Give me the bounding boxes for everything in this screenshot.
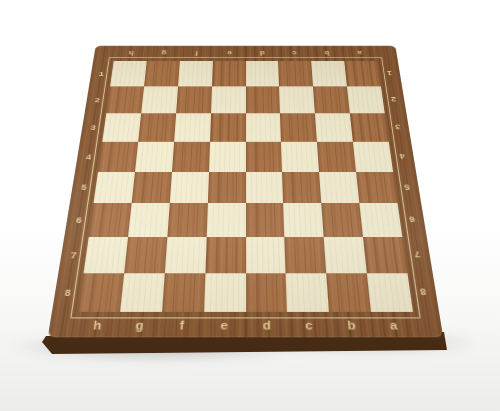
square-h8[interactable] [78,273,124,312]
square-h3[interactable] [102,113,141,141]
square-c7[interactable] [285,237,327,273]
square-d1[interactable] [246,61,280,86]
square-g8[interactable] [120,273,165,312]
square-b7[interactable] [324,237,367,273]
square-g1[interactable] [144,61,180,86]
square-d5[interactable] [246,172,284,204]
square-d3[interactable] [246,113,282,141]
square-e4[interactable] [209,141,246,171]
square-b1[interactable] [311,61,347,86]
square-f4[interactable] [172,141,210,171]
square-g3[interactable] [138,113,176,141]
square-e5[interactable] [207,172,245,204]
square-b8[interactable] [326,273,371,312]
square-a2[interactable] [347,86,385,113]
square-f1[interactable] [178,61,213,86]
square-b6[interactable] [322,203,364,237]
square-c4[interactable] [281,141,319,171]
square-e2[interactable] [211,86,246,113]
play-area [78,61,413,312]
square-f8[interactable] [162,273,205,312]
square-b2[interactable] [313,86,350,113]
square-b4[interactable] [317,141,356,171]
square-e1[interactable] [212,61,246,86]
square-h2[interactable] [106,86,144,113]
square-g4[interactable] [135,141,174,171]
square-b3[interactable] [315,113,353,141]
square-e3[interactable] [210,113,246,141]
square-c6[interactable] [284,203,324,237]
square-g6[interactable] [128,203,170,237]
square-f7[interactable] [165,237,207,273]
square-d7[interactable] [246,237,286,273]
square-g2[interactable] [141,86,178,113]
square-f6[interactable] [167,203,207,237]
square-a3[interactable] [350,113,389,141]
square-a6[interactable] [360,203,403,237]
photo-background: hgfedcba hgfedcba 12345678 12345678 [0,0,500,411]
square-h4[interactable] [98,141,138,171]
square-h6[interactable] [89,203,132,237]
square-c8[interactable] [286,273,329,312]
square-c5[interactable] [282,172,321,204]
square-a7[interactable] [363,237,407,273]
square-f2[interactable] [176,86,212,113]
square-a8[interactable] [367,273,413,312]
square-f3[interactable] [174,113,211,141]
square-h5[interactable] [93,172,134,204]
square-a5[interactable] [356,172,397,204]
square-g7[interactable] [124,237,167,273]
square-e8[interactable] [204,273,246,312]
square-e6[interactable] [206,203,245,237]
square-f5[interactable] [169,172,208,204]
square-d4[interactable] [246,141,283,171]
square-e7[interactable] [205,237,245,273]
square-h1[interactable] [110,61,147,86]
board-perspective-wrapper: hgfedcba hgfedcba 12345678 12345678 [75,1,416,342]
square-c1[interactable] [278,61,313,86]
square-d8[interactable] [246,273,288,312]
square-c2[interactable] [279,86,315,113]
square-d6[interactable] [246,203,285,237]
square-h7[interactable] [84,237,128,273]
square-c3[interactable] [280,113,317,141]
square-d2[interactable] [246,86,281,113]
square-a4[interactable] [353,141,393,171]
square-b5[interactable] [319,172,359,204]
square-g5[interactable] [131,172,171,204]
chess-board: hgfedcba hgfedcba 12345678 12345678 [48,46,443,338]
square-a1[interactable] [344,61,381,86]
